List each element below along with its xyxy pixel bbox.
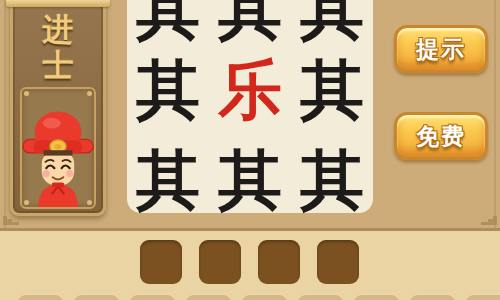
tray-tile[interactable]	[130, 293, 175, 300]
letter-tray	[18, 293, 500, 300]
rank-banner: 进 士	[10, 0, 106, 216]
hint-button-label: 提示	[416, 34, 466, 65]
answer-slot-1[interactable]	[140, 240, 182, 284]
tray-tile[interactable]	[186, 293, 231, 300]
frame-right-line	[494, 0, 496, 229]
frame-corner-right-ornament	[481, 213, 497, 225]
game-screen: 进 士	[0, 0, 500, 300]
tray-tile[interactable]	[74, 293, 119, 300]
scholar-avatar-icon	[22, 93, 94, 209]
answer-slot-2[interactable]	[199, 240, 241, 284]
tray-tile[interactable]	[298, 293, 343, 300]
board-cell: 其	[291, 0, 373, 50]
board-cell: 其	[291, 50, 373, 130]
board-cell: 其	[291, 140, 373, 220]
free-button-label: 免费	[416, 121, 466, 152]
answer-slot-4[interactable]	[317, 240, 359, 284]
board-cell: 其	[127, 0, 209, 50]
free-button[interactable]: 免费	[394, 112, 488, 160]
board-cell: 其	[209, 0, 291, 50]
answer-slot-3[interactable]	[258, 240, 300, 284]
frame-left-line	[4, 0, 6, 229]
hint-button[interactable]: 提示	[394, 25, 488, 73]
tray-tile[interactable]	[18, 293, 63, 300]
board-cell-highlight: 乐	[209, 50, 291, 130]
rank-title: 进 士	[13, 12, 103, 82]
board-cell: 其	[127, 140, 209, 220]
puzzle-board: 其 其 其 其 乐 其 其 其 其	[127, 0, 373, 213]
board-cell: 其	[127, 50, 209, 130]
rank-char-2: 士	[43, 48, 74, 82]
board-cell: 其	[209, 140, 291, 220]
tray-tile[interactable]	[242, 293, 287, 300]
scholar-portrait-frame	[20, 87, 96, 209]
tray-tile[interactable]	[466, 293, 500, 300]
tray-tile[interactable]	[410, 293, 455, 300]
tray-tile[interactable]	[354, 293, 399, 300]
answer-bar	[140, 240, 359, 284]
rank-char-1: 进	[43, 12, 74, 46]
plaque-top-rod	[6, 0, 110, 7]
